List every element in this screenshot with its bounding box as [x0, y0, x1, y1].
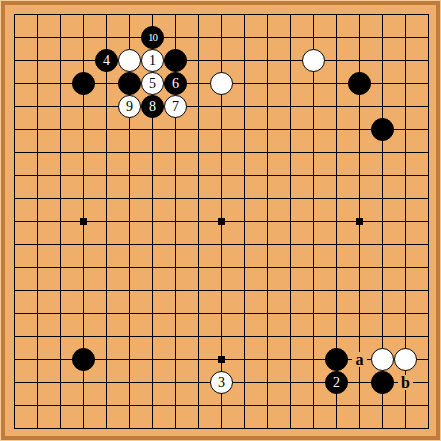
stone-black-16-4 [348, 72, 371, 95]
stone-black-4-4 [72, 72, 95, 95]
stone-white-14-3 [302, 49, 325, 72]
marker-b[interactable]: b [398, 375, 413, 390]
grid-line-horizontal-14 [14, 313, 429, 314]
move-number-5: 5 [149, 77, 156, 91]
stone-white-6-5: 9 [118, 95, 141, 118]
move-number-10: 10 [148, 32, 157, 43]
stone-black-15-16 [325, 348, 348, 371]
move-number-2: 2 [333, 376, 340, 390]
stone-white-8-5: 7 [164, 95, 187, 118]
stone-black-4-16 [72, 348, 95, 371]
stone-black-8-4: 6 [164, 72, 187, 95]
go-board-frame: ab10415698732 [0, 0, 441, 441]
grid-line-horizontal-13 [14, 290, 429, 291]
stone-black-8-3 [164, 49, 187, 72]
grid-line-horizontal-15 [14, 336, 429, 337]
stone-white-10-17: 3 [210, 371, 233, 394]
grid-line-horizontal-11 [14, 244, 429, 245]
grid-line-vertical-13 [290, 14, 291, 429]
move-number-3: 3 [218, 376, 225, 390]
move-number-9: 9 [126, 100, 133, 114]
grid-line-horizontal-12 [14, 267, 429, 268]
marker-a[interactable]: a [352, 352, 367, 367]
move-number-7: 7 [172, 100, 179, 114]
stone-black-15-17: 2 [325, 371, 348, 394]
stone-white-7-4: 5 [141, 72, 164, 95]
star-point-10-16 [218, 356, 225, 363]
stone-black-7-5: 8 [141, 95, 164, 118]
stone-white-10-4 [210, 72, 233, 95]
grid-line-vertical-11 [244, 14, 245, 429]
stone-black-5-3: 4 [95, 49, 118, 72]
stone-black-6-4 [118, 72, 141, 95]
stone-white-7-3: 1 [141, 49, 164, 72]
move-number-1: 1 [149, 54, 156, 68]
grid-line-vertical-14 [313, 14, 314, 429]
stone-white-17-16 [371, 348, 394, 371]
stone-black-7-2: 10 [141, 26, 164, 49]
go-board[interactable]: ab10415698732 [5, 5, 436, 436]
grid-line-vertical-12 [267, 14, 268, 429]
stone-black-17-6 [371, 118, 394, 141]
grid-line-horizontal-19 [14, 428, 429, 429]
move-number-8: 8 [149, 100, 156, 114]
grid-line-vertical-19 [428, 14, 429, 429]
stone-white-6-3 [118, 49, 141, 72]
stone-white-18-16 [394, 348, 417, 371]
star-point-16-10 [356, 218, 363, 225]
stone-black-17-17 [371, 371, 394, 394]
star-point-10-10 [218, 218, 225, 225]
move-number-4: 4 [103, 54, 110, 68]
grid-line-horizontal-18 [14, 405, 429, 406]
star-point-4-10 [80, 218, 87, 225]
move-number-6: 6 [172, 77, 179, 91]
